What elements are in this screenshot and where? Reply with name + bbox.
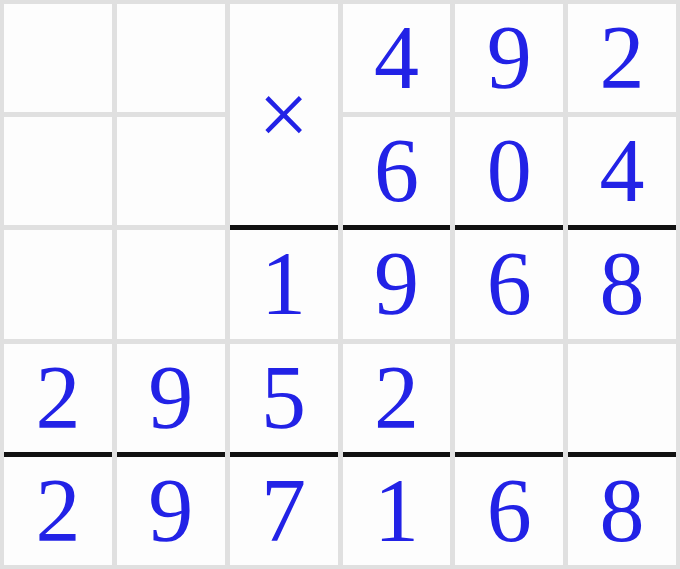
cell-r2c2 bbox=[117, 117, 225, 225]
cell-r1c4: 4 bbox=[343, 4, 451, 112]
cell-r5c6: 8 bbox=[568, 457, 676, 565]
cell-r4c2: 9 bbox=[117, 344, 225, 452]
cell-r3c2 bbox=[117, 230, 225, 338]
cell-r3c3: 1 bbox=[230, 230, 338, 338]
cell-r1c2 bbox=[117, 4, 225, 112]
cell-r1c6: 2 bbox=[568, 4, 676, 112]
cell-r4c6 bbox=[568, 344, 676, 452]
multiplication-grid: × 4 9 2 6 0 4 1 9 6 8 2 9 5 2 2 9 7 1 6 … bbox=[0, 0, 680, 569]
cell-r2c5: 0 bbox=[455, 117, 563, 225]
cell-r5c2: 9 bbox=[117, 457, 225, 565]
cell-r1c1 bbox=[4, 4, 112, 112]
cell-r5c4: 1 bbox=[343, 457, 451, 565]
cell-r3c4: 9 bbox=[343, 230, 451, 338]
cell-r3c1 bbox=[4, 230, 112, 338]
cell-r5c1: 2 bbox=[4, 457, 112, 565]
cell-r4c4: 2 bbox=[343, 344, 451, 452]
cell-r4c5 bbox=[455, 344, 563, 452]
cell-r2c6: 4 bbox=[568, 117, 676, 225]
cell-r4c1: 2 bbox=[4, 344, 112, 452]
multiply-sign-cell: × bbox=[230, 4, 338, 225]
cell-r4c3: 5 bbox=[230, 344, 338, 452]
cell-r2c1 bbox=[4, 117, 112, 225]
cell-r2c4: 6 bbox=[343, 117, 451, 225]
cell-r5c3: 7 bbox=[230, 457, 338, 565]
cell-r3c5: 6 bbox=[455, 230, 563, 338]
cell-r1c5: 9 bbox=[455, 4, 563, 112]
cell-r5c5: 6 bbox=[455, 457, 563, 565]
cell-r3c6: 8 bbox=[568, 230, 676, 338]
